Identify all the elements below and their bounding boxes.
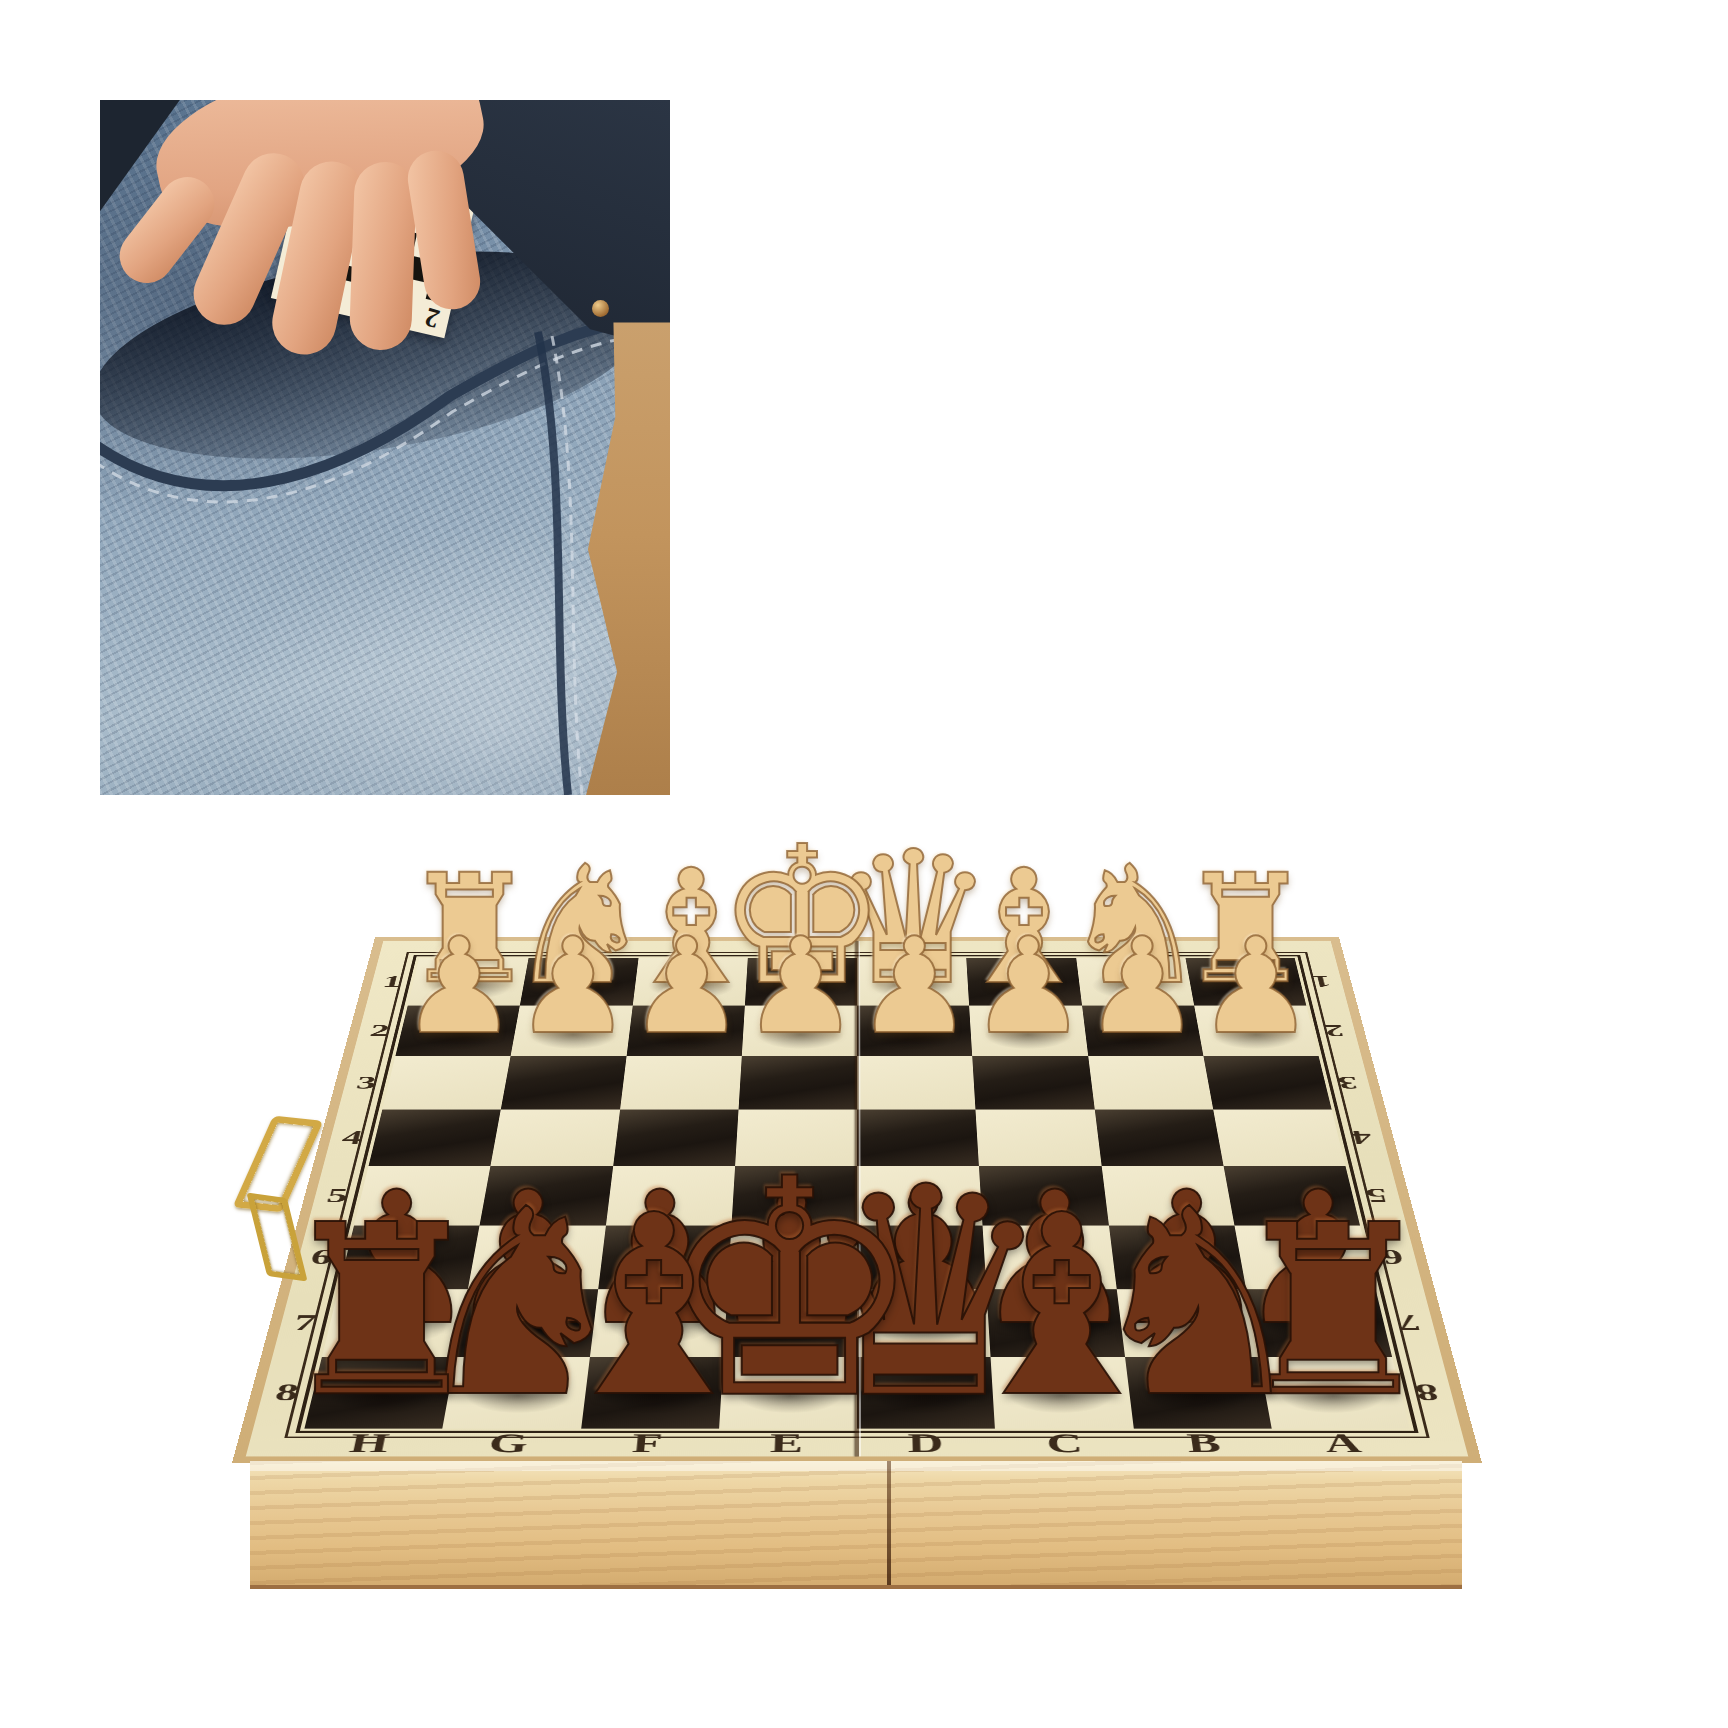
piece-white-pawn-g2[interactable]: ♟	[513, 919, 632, 1051]
square-h3[interactable]	[382, 1056, 510, 1109]
square-a3[interactable]	[1203, 1056, 1331, 1109]
piece-white-pawn-a2[interactable]: ♟	[1197, 919, 1316, 1051]
chess-board-scene: 1234567812345678HGFEDCBA ♜♞♝♛♚♝♞♜♟♟♟♟♟♟♟…	[0, 0, 1728, 1728]
piece-white-pawn-e2[interactable]: ♟	[741, 919, 860, 1051]
piece-white-pawn-h2[interactable]: ♟	[400, 919, 519, 1051]
piece-black-rook-h8[interactable]: ♜	[276, 1194, 487, 1430]
square-e3[interactable]	[738, 1056, 857, 1109]
square-f3[interactable]	[620, 1056, 742, 1109]
square-c3[interactable]	[972, 1056, 1094, 1109]
piece-white-pawn-c2[interactable]: ♟	[969, 919, 1088, 1051]
piece-white-pawn-b2[interactable]: ♟	[1083, 919, 1202, 1051]
front-face-fold-seam	[887, 1461, 891, 1585]
piece-white-pawn-d2[interactable]: ♟	[855, 919, 974, 1051]
piece-white-pawn-f2[interactable]: ♟	[627, 919, 746, 1051]
square-d3[interactable]	[857, 1056, 976, 1109]
square-g3[interactable]	[501, 1056, 626, 1109]
square-b3[interactable]	[1088, 1056, 1213, 1109]
board-front-wood-face	[250, 1461, 1462, 1589]
